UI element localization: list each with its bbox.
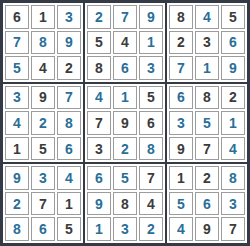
sudoku-cell-r8c4[interactable]: 9	[87, 192, 111, 216]
sudoku-cell-r4c3[interactable]: 7	[57, 86, 81, 110]
sudoku-cell-r6c9[interactable]: 4	[221, 137, 245, 161]
sudoku-cell-r9c2[interactable]: 6	[31, 217, 55, 241]
sudoku-cell-r3c3[interactable]: 2	[57, 56, 81, 80]
sudoku-cell-r1c8[interactable]: 4	[195, 5, 219, 29]
sudoku-cell-r6c8[interactable]: 7	[195, 137, 219, 161]
sudoku-cell-r4c4[interactable]: 4	[87, 86, 111, 110]
sudoku-cell-r8c2[interactable]: 7	[31, 192, 55, 216]
sudoku-cell-r3c5[interactable]: 6	[113, 56, 137, 80]
sudoku-box: 397428156	[2, 83, 84, 164]
sudoku-cell-r2c4[interactable]: 5	[87, 31, 111, 55]
sudoku-cell-r2c8[interactable]: 3	[195, 31, 219, 55]
sudoku-cell-r8c9[interactable]: 3	[221, 192, 245, 216]
sudoku-cell-r6c1[interactable]: 1	[5, 137, 29, 161]
sudoku-cell-r5c8[interactable]: 5	[195, 111, 219, 135]
sudoku-cell-r1c3[interactable]: 3	[57, 5, 81, 29]
sudoku-cell-r6c6[interactable]: 8	[139, 137, 163, 161]
sudoku-cell-r4c1[interactable]: 3	[5, 86, 29, 110]
sudoku-box: 845236719	[166, 2, 248, 83]
sudoku-cell-r3c9[interactable]: 9	[221, 56, 245, 80]
sudoku-cell-r6c7[interactable]: 9	[169, 137, 193, 161]
sudoku-cell-r5c4[interactable]: 7	[87, 111, 111, 135]
sudoku-cell-r4c9[interactable]: 2	[221, 86, 245, 110]
sudoku-cell-r3c1[interactable]: 5	[5, 56, 29, 80]
sudoku-cell-r9c9[interactable]: 7	[221, 217, 245, 241]
sudoku-cell-r3c8[interactable]: 1	[195, 56, 219, 80]
sudoku-cell-r1c9[interactable]: 5	[221, 5, 245, 29]
sudoku-cell-r9c3[interactable]: 5	[57, 217, 81, 241]
sudoku-cell-r9c6[interactable]: 2	[139, 217, 163, 241]
sudoku-cell-r9c7[interactable]: 4	[169, 217, 193, 241]
sudoku-cell-r2c7[interactable]: 2	[169, 31, 193, 55]
sudoku-cell-r2c5[interactable]: 4	[113, 31, 137, 55]
sudoku-board: 6137895422795418638452367193974281564157…	[0, 0, 250, 246]
sudoku-box: 128563497	[166, 163, 248, 244]
sudoku-cell-r5c1[interactable]: 4	[5, 111, 29, 135]
sudoku-cell-r3c4[interactable]: 8	[87, 56, 111, 80]
sudoku-cell-r1c2[interactable]: 1	[31, 5, 55, 29]
sudoku-cell-r2c3[interactable]: 9	[57, 31, 81, 55]
sudoku-cell-r3c6[interactable]: 3	[139, 56, 163, 80]
sudoku-box: 415796328	[84, 83, 166, 164]
sudoku-cell-r4c2[interactable]: 9	[31, 86, 55, 110]
sudoku-cell-r3c7[interactable]: 7	[169, 56, 193, 80]
sudoku-cell-r8c8[interactable]: 6	[195, 192, 219, 216]
sudoku-cell-r7c5[interactable]: 5	[113, 166, 137, 190]
sudoku-cell-r7c7[interactable]: 1	[169, 166, 193, 190]
sudoku-cell-r1c6[interactable]: 9	[139, 5, 163, 29]
sudoku-cell-r6c5[interactable]: 2	[113, 137, 137, 161]
sudoku-cell-r8c7[interactable]: 5	[169, 192, 193, 216]
sudoku-box: 613789542	[2, 2, 84, 83]
sudoku-cell-r8c5[interactable]: 8	[113, 192, 137, 216]
sudoku-cell-r6c3[interactable]: 6	[57, 137, 81, 161]
sudoku-cell-r9c1[interactable]: 8	[5, 217, 29, 241]
sudoku-cell-r1c7[interactable]: 8	[169, 5, 193, 29]
sudoku-cell-r4c7[interactable]: 6	[169, 86, 193, 110]
sudoku-cell-r9c5[interactable]: 3	[113, 217, 137, 241]
sudoku-box: 657984132	[84, 163, 166, 244]
sudoku-cell-r1c5[interactable]: 7	[113, 5, 137, 29]
sudoku-cell-r9c8[interactable]: 9	[195, 217, 219, 241]
sudoku-cell-r2c2[interactable]: 8	[31, 31, 55, 55]
sudoku-cell-r5c7[interactable]: 3	[169, 111, 193, 135]
sudoku-cell-r4c8[interactable]: 8	[195, 86, 219, 110]
sudoku-cell-r2c9[interactable]: 6	[221, 31, 245, 55]
sudoku-cell-r2c6[interactable]: 1	[139, 31, 163, 55]
sudoku-cell-r1c4[interactable]: 2	[87, 5, 111, 29]
sudoku-box: 682351974	[166, 83, 248, 164]
sudoku-cell-r5c6[interactable]: 6	[139, 111, 163, 135]
sudoku-cell-r7c4[interactable]: 6	[87, 166, 111, 190]
sudoku-cell-r4c6[interactable]: 5	[139, 86, 163, 110]
sudoku-cell-r7c3[interactable]: 4	[57, 166, 81, 190]
sudoku-cell-r7c2[interactable]: 3	[31, 166, 55, 190]
sudoku-cell-r8c3[interactable]: 1	[57, 192, 81, 216]
sudoku-cell-r3c2[interactable]: 4	[31, 56, 55, 80]
sudoku-cell-r4c5[interactable]: 1	[113, 86, 137, 110]
sudoku-cell-r2c1[interactable]: 7	[5, 31, 29, 55]
sudoku-cell-r6c2[interactable]: 5	[31, 137, 55, 161]
sudoku-cell-r7c1[interactable]: 9	[5, 166, 29, 190]
sudoku-box: 934271865	[2, 163, 84, 244]
sudoku-cell-r5c5[interactable]: 9	[113, 111, 137, 135]
sudoku-cell-r7c9[interactable]: 8	[221, 166, 245, 190]
sudoku-cell-r7c6[interactable]: 7	[139, 166, 163, 190]
sudoku-cell-r6c4[interactable]: 3	[87, 137, 111, 161]
sudoku-cell-r5c2[interactable]: 2	[31, 111, 55, 135]
sudoku-cell-r9c4[interactable]: 1	[87, 217, 111, 241]
sudoku-cell-r7c8[interactable]: 2	[195, 166, 219, 190]
sudoku-box: 279541863	[84, 2, 166, 83]
sudoku-cell-r8c6[interactable]: 4	[139, 192, 163, 216]
sudoku-cell-r5c3[interactable]: 8	[57, 111, 81, 135]
sudoku-cell-r8c1[interactable]: 2	[5, 192, 29, 216]
sudoku-cell-r1c1[interactable]: 6	[5, 5, 29, 29]
sudoku-cell-r5c9[interactable]: 1	[221, 111, 245, 135]
